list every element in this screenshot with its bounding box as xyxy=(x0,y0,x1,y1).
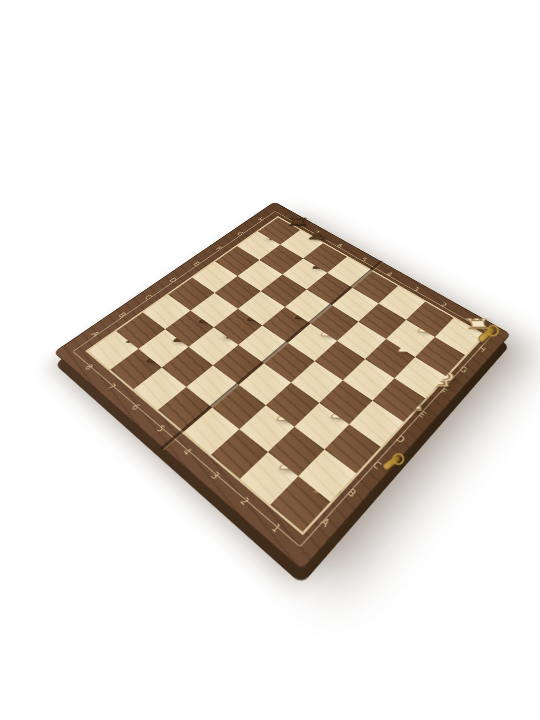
rook-glyph: ♜ xyxy=(283,217,310,228)
pawn-glyph: ♟ xyxy=(392,341,421,354)
file-label-B: B xyxy=(328,473,375,514)
bishop-glyph: ♝ xyxy=(174,290,212,306)
walnut-frame: ABCDEFGH ABCDEFGH 87654321 87654321 ♜♝♛♚… xyxy=(53,202,511,571)
square-d4[interactable] xyxy=(264,343,315,383)
board-scene: ABCDEFGH ABCDEFGH 87654321 87654321 ♜♝♛♚… xyxy=(0,0,540,720)
rank-labels-left: 87654321 xyxy=(70,353,300,552)
queen-glyph: ♛ xyxy=(381,389,435,414)
knight-glyph: ♞ xyxy=(365,319,402,335)
product-photo-canvas: ABCDEFGH ABCDEFGH 87654321 87654321 ♜♝♛♚… xyxy=(0,0,540,720)
pawn-glyph: ♟ xyxy=(243,311,269,323)
square-e3[interactable] xyxy=(315,341,365,380)
square-a7[interactable]: ♟ xyxy=(110,349,162,389)
pawn-glyph: ♟ xyxy=(412,322,441,334)
square-a8[interactable]: ♜ xyxy=(88,331,138,369)
board-grid: ♜♝♛♚♞♜♟♟♟♝♟♞♟♟♟♟♟♞♟♝♟♟♟♜♛♚♜ xyxy=(85,216,486,535)
square-c1[interactable] xyxy=(324,424,380,473)
queen-glyph: ♛ xyxy=(199,270,243,288)
pawn-glyph: ♟ xyxy=(274,455,306,472)
pawn-glyph: ♟ xyxy=(290,309,316,321)
chess-board-3d: ABCDEFGH ABCDEFGH 87654321 87654321 ♜♝♛♚… xyxy=(53,202,511,571)
square-c4[interactable] xyxy=(239,363,291,405)
rook-glyph: ♜ xyxy=(120,330,155,345)
square-c5[interactable] xyxy=(213,345,264,385)
pawn-glyph: ♟ xyxy=(169,332,197,344)
square-a4[interactable] xyxy=(184,408,239,455)
square-b1[interactable] xyxy=(298,449,356,501)
square-a2[interactable]: ♟ xyxy=(240,452,298,505)
square-a6[interactable] xyxy=(134,367,187,409)
file-labels-near: ABCDEFGH xyxy=(302,335,500,547)
pawn-glyph: ♟ xyxy=(326,406,357,421)
pawn-glyph: ♟ xyxy=(308,260,333,270)
rook-glyph: ♜ xyxy=(306,475,346,496)
square-b2[interactable]: ♝ xyxy=(268,427,325,476)
square-d2[interactable] xyxy=(319,380,372,424)
square-a1[interactable]: ♜ xyxy=(270,476,330,532)
square-b5[interactable] xyxy=(186,365,238,407)
square-a3[interactable] xyxy=(211,429,268,479)
file-label-A: A xyxy=(301,502,350,546)
square-d3[interactable] xyxy=(291,361,343,403)
bishop-glyph: ♝ xyxy=(303,421,347,443)
square-c2[interactable]: ♟ xyxy=(294,403,349,450)
square-c3[interactable] xyxy=(266,383,319,427)
pawn-glyph: ♟ xyxy=(272,408,302,423)
pawn-glyph: ♟ xyxy=(316,326,343,338)
square-d1[interactable]: ♛ xyxy=(349,401,403,447)
knight-glyph: ♞ xyxy=(220,324,256,340)
pawn-glyph: ♟ xyxy=(141,351,171,364)
square-b3[interactable]: ♟ xyxy=(239,405,294,452)
square-b4[interactable] xyxy=(212,385,266,429)
square-a5[interactable] xyxy=(158,387,212,432)
bishop-glyph: ♝ xyxy=(287,241,321,255)
pawn-glyph: ♟ xyxy=(194,313,221,325)
